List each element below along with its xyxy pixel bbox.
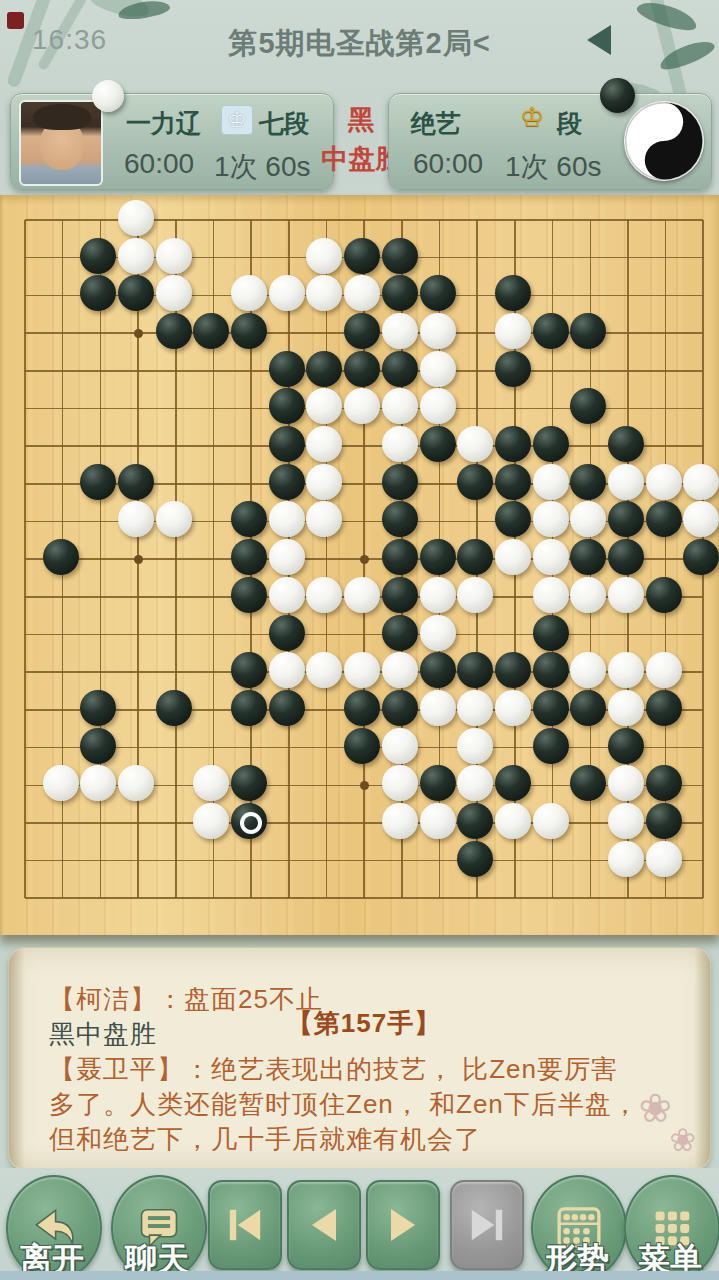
commentary-text: 【第157手】【柯洁】：盘面25不止黑中盘胜【聂卫平】：绝艺表现出的技艺， 比Z…: [49, 982, 679, 1157]
stone-black: [420, 275, 456, 311]
toolbar-first-button[interactable]: [208, 1180, 282, 1270]
stone-white: [118, 238, 154, 274]
stone-black: [344, 728, 380, 764]
stone-black: [570, 388, 606, 424]
stone-black: [570, 765, 606, 801]
stone-black: [80, 275, 116, 311]
black-main-time: 60:00: [124, 148, 194, 180]
stone-black: [570, 464, 606, 500]
stone-white: [382, 426, 418, 462]
stone-black: [269, 426, 305, 462]
stone-black: [533, 690, 569, 726]
stone-white: [306, 464, 342, 500]
stone-white: [420, 388, 456, 424]
stone-black: [118, 275, 154, 311]
stone-black: [231, 313, 267, 349]
gold-crown-icon: ♔: [517, 103, 547, 131]
stone-white: [533, 577, 569, 613]
stone-white: [457, 577, 493, 613]
stone-black: [118, 464, 154, 500]
stone-black: [646, 765, 682, 801]
stone-white: [43, 765, 79, 801]
stone-white: [420, 690, 456, 726]
stone-white: [457, 690, 493, 726]
stone-white: [495, 690, 531, 726]
stone-white: [420, 577, 456, 613]
stone-black: [608, 728, 644, 764]
stone-white: [80, 765, 116, 801]
hoshi-point: [134, 555, 143, 564]
stone-black: [269, 388, 305, 424]
stone-black: [495, 765, 531, 801]
stone-white: [118, 501, 154, 537]
stone-white: [344, 275, 380, 311]
stone-black: [646, 690, 682, 726]
stone-white: [570, 652, 606, 688]
stone-black: [533, 426, 569, 462]
stone-black: [570, 539, 606, 575]
hoshi-point: [360, 555, 369, 564]
stone-black: [420, 426, 456, 462]
stone-black: [533, 313, 569, 349]
stone-black: [646, 501, 682, 537]
stone-black: [457, 841, 493, 877]
bottom-strip: [0, 1271, 719, 1280]
stone-black: [382, 464, 418, 500]
stone-black: [43, 539, 79, 575]
stone-black: [457, 652, 493, 688]
black-player-name: 一力辽: [126, 107, 201, 140]
commentary-line: 多了。人类还能暂时顶住Zen， 和Zen下后半盘，: [49, 1087, 679, 1122]
stone-black: [269, 464, 305, 500]
stone-white: [608, 577, 644, 613]
stone-white: [382, 803, 418, 839]
stone-black: [382, 690, 418, 726]
stone-white: [269, 501, 305, 537]
back-icon[interactable]: [587, 25, 611, 55]
stone-white: [156, 275, 192, 311]
stone-black: [570, 313, 606, 349]
stone-white: [533, 539, 569, 575]
stone-white: [118, 765, 154, 801]
stone-black: [382, 615, 418, 651]
stone-black: [495, 464, 531, 500]
white-byoyomi: 1次 60s: [505, 148, 602, 186]
result-line1: 黑: [330, 102, 392, 138]
stone-black: [533, 652, 569, 688]
stone-white: [269, 652, 305, 688]
stone-white: [533, 464, 569, 500]
stone-white: [683, 464, 719, 500]
stone-black: [495, 275, 531, 311]
stone-white: [382, 652, 418, 688]
stone-black: [570, 690, 606, 726]
go-board[interactable]: [0, 195, 719, 935]
stone-white: [457, 765, 493, 801]
stone-white: [382, 313, 418, 349]
stone-white: [382, 728, 418, 764]
grid-line-h: [25, 860, 703, 862]
stone-white: [533, 803, 569, 839]
stone-black: [495, 501, 531, 537]
stone-black: [420, 539, 456, 575]
stone-white: [344, 388, 380, 424]
stone-black: [344, 351, 380, 387]
commentary-line: 【第157手】: [49, 1006, 679, 1041]
stone-white: [344, 652, 380, 688]
stone-white: [193, 803, 229, 839]
stone-black: [80, 690, 116, 726]
stone-white: [382, 388, 418, 424]
stone-white: [156, 238, 192, 274]
stone-black: [533, 615, 569, 651]
stone-white: [457, 426, 493, 462]
stone-white: [420, 351, 456, 387]
stone-black: [231, 577, 267, 613]
stone-white: [608, 464, 644, 500]
hoshi-point: [134, 329, 143, 338]
stone-white: [269, 275, 305, 311]
stone-black: [382, 501, 418, 537]
flower-icon: ❀: [638, 1085, 672, 1131]
stone-black: [382, 238, 418, 274]
stone-black: [420, 652, 456, 688]
stone-white: [382, 765, 418, 801]
stone-white: [608, 803, 644, 839]
black-byoyomi: 1次 60s: [214, 148, 311, 186]
stone-black: [457, 464, 493, 500]
stone-white: [533, 501, 569, 537]
stone-white: [608, 652, 644, 688]
stone-white: [495, 803, 531, 839]
stone-black: [306, 351, 342, 387]
stone-white: [570, 577, 606, 613]
black-player-panel: 一力辽 ♔ 七段 60:00 1次 60s: [10, 93, 334, 190]
stone-black: [156, 690, 192, 726]
stone-black: [683, 539, 719, 575]
stone-black: [382, 275, 418, 311]
stone-white: [118, 200, 154, 236]
commentary-line: 【聂卫平】：绝艺表现出的技艺， 比Zen要厉害: [49, 1052, 679, 1087]
stone-white: [608, 765, 644, 801]
stone-white: [306, 426, 342, 462]
toolbar-prev-button[interactable]: [287, 1180, 361, 1270]
stone-white: [306, 652, 342, 688]
commentary-line: 但和绝艺下，几十手后就难有机会了: [49, 1122, 679, 1157]
stone-black: [344, 313, 380, 349]
stone-white: [457, 728, 493, 764]
stone-black: [457, 803, 493, 839]
black-stone-icon: [600, 78, 635, 113]
stone-black: [382, 577, 418, 613]
stone-black: [495, 426, 531, 462]
black-player-photo: [19, 100, 103, 186]
stone-black: [269, 690, 305, 726]
grid-line-h: [25, 634, 703, 636]
stone-black: [80, 728, 116, 764]
stone-black: [80, 238, 116, 274]
silver-crown-icon: ♔: [221, 105, 253, 135]
white-player-name: 绝艺: [411, 107, 461, 140]
black-player-rank: 七段: [259, 107, 309, 140]
stone-white: [344, 577, 380, 613]
stone-black: [344, 690, 380, 726]
stone-white: [193, 765, 229, 801]
stone-black: [495, 351, 531, 387]
stone-white: [269, 577, 305, 613]
stone-white: [570, 501, 606, 537]
stone-black: [231, 765, 267, 801]
stone-black: [533, 728, 569, 764]
stone-white: [495, 539, 531, 575]
stone-white: [420, 803, 456, 839]
white-player-panel: 绝艺 ♔ 段 60:00 1次 60s: [388, 93, 712, 190]
stone-black: [608, 501, 644, 537]
stone-white: [306, 275, 342, 311]
stone-white: [306, 501, 342, 537]
grid-line-h: [25, 822, 703, 824]
stone-black: [646, 577, 682, 613]
stone-white: [683, 501, 719, 537]
stone-white: [646, 652, 682, 688]
stone-black: [269, 615, 305, 651]
stone-black: [156, 313, 192, 349]
stone-black: [231, 652, 267, 688]
stone-white: [420, 313, 456, 349]
last-move-marker: [240, 812, 262, 834]
hoshi-point: [360, 781, 369, 790]
stone-black: [646, 803, 682, 839]
stone-black: [269, 351, 305, 387]
stone-white: [495, 313, 531, 349]
stone-white: [608, 841, 644, 877]
stone-black: [344, 238, 380, 274]
stone-white: [420, 615, 456, 651]
stone-black: [231, 690, 267, 726]
stone-white: [231, 275, 267, 311]
commentary-panel[interactable]: 【第157手】【柯洁】：盘面25不止黑中盘胜【聂卫平】：绝艺表现出的技艺， 比Z…: [8, 947, 711, 1170]
stone-white: [306, 577, 342, 613]
stone-black: [495, 652, 531, 688]
white-player-rank: 段: [557, 107, 582, 140]
status-bar: 16:36 第5期电圣战第2局<: [0, 0, 719, 70]
stone-black: [231, 803, 267, 839]
ai-avatar-yinyang: [624, 101, 704, 181]
stone-black: [382, 351, 418, 387]
toolbar-next-button[interactable]: [366, 1180, 440, 1270]
stone-white: [306, 238, 342, 274]
flower-icon: ❀: [669, 1121, 696, 1159]
stone-white: [269, 539, 305, 575]
stone-black: [231, 501, 267, 537]
stone-white: [306, 388, 342, 424]
stone-black: [193, 313, 229, 349]
white-main-time: 60:00: [413, 148, 483, 180]
stone-white: [646, 464, 682, 500]
stone-black: [608, 426, 644, 462]
stone-black: [382, 539, 418, 575]
stone-black: [231, 539, 267, 575]
stone-black: [420, 765, 456, 801]
toolbar-last-button[interactable]: [450, 1180, 524, 1270]
grid-line-h: [25, 897, 703, 899]
stone-black: [457, 539, 493, 575]
white-stone-icon: [92, 80, 124, 112]
stone-white: [646, 841, 682, 877]
game-title: 第5期电圣战第2局<: [0, 24, 719, 64]
stone-black: [608, 539, 644, 575]
stone-white: [156, 501, 192, 537]
stone-black: [80, 464, 116, 500]
stone-white: [608, 690, 644, 726]
app-screen: 16:36 第5期电圣战第2局< 一力辽 ♔ 七段 60:00 1次 60s 黑…: [0, 0, 719, 1280]
